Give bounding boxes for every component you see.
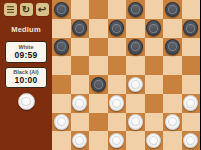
square-b1[interactable] xyxy=(71,131,90,150)
square-d8[interactable] xyxy=(108,0,127,19)
square-a1[interactable] xyxy=(52,131,71,150)
square-c6[interactable] xyxy=(89,38,108,57)
square-f1[interactable] xyxy=(145,131,164,150)
square-b7[interactable] xyxy=(71,19,90,38)
black-clock-time: 10:00 xyxy=(6,75,46,85)
square-h6[interactable] xyxy=(182,38,201,57)
white-piece[interactable] xyxy=(109,133,124,149)
white-piece[interactable] xyxy=(146,133,161,149)
square-a8[interactable] xyxy=(52,0,71,19)
black-clock-panel: Black (AI) 10:00 xyxy=(5,67,47,89)
square-a3[interactable] xyxy=(52,94,71,113)
square-h8[interactable] xyxy=(182,0,201,19)
square-h5[interactable] xyxy=(182,56,201,75)
black-piece[interactable] xyxy=(91,77,106,93)
square-g7[interactable] xyxy=(163,19,182,38)
white-piece[interactable] xyxy=(72,95,87,111)
black-piece[interactable] xyxy=(183,20,198,36)
refresh-icon: ↻ xyxy=(22,4,30,14)
square-f6[interactable] xyxy=(145,38,164,57)
black-piece[interactable] xyxy=(72,20,87,36)
menu-button[interactable] xyxy=(4,3,17,16)
square-f3[interactable] xyxy=(145,94,164,113)
square-h3[interactable] xyxy=(182,94,201,113)
white-piece[interactable] xyxy=(128,114,143,130)
square-a2[interactable] xyxy=(52,113,71,132)
square-c7[interactable] xyxy=(89,19,108,38)
difficulty-label: Medium xyxy=(11,25,41,34)
square-e2[interactable] xyxy=(126,113,145,132)
black-piece[interactable] xyxy=(109,20,124,36)
white-piece[interactable] xyxy=(183,133,198,149)
square-f4[interactable] xyxy=(145,75,164,94)
square-c5[interactable] xyxy=(89,56,108,75)
square-e8[interactable] xyxy=(126,0,145,19)
square-e3[interactable] xyxy=(126,94,145,113)
square-c2[interactable] xyxy=(89,113,108,132)
square-a5[interactable] xyxy=(52,56,71,75)
white-piece[interactable] xyxy=(72,133,87,149)
square-b2[interactable] xyxy=(71,113,90,132)
square-b5[interactable] xyxy=(71,56,90,75)
square-c8[interactable] xyxy=(89,0,108,19)
square-e5[interactable] xyxy=(126,56,145,75)
square-d4[interactable] xyxy=(108,75,127,94)
black-piece[interactable] xyxy=(54,2,69,18)
toolbar: ↻ ↩ xyxy=(4,3,49,16)
square-f7[interactable] xyxy=(145,19,164,38)
black-piece[interactable] xyxy=(165,2,180,18)
square-a4[interactable] xyxy=(52,75,71,94)
turn-indicator-white-piece xyxy=(18,93,35,110)
white-clock-panel: White 09:59 xyxy=(5,41,47,63)
white-piece[interactable] xyxy=(165,114,180,130)
white-piece[interactable] xyxy=(54,114,69,130)
square-g4[interactable] xyxy=(163,75,182,94)
square-d6[interactable] xyxy=(108,38,127,57)
black-piece[interactable] xyxy=(54,39,69,55)
square-d1[interactable] xyxy=(108,131,127,150)
square-g2[interactable] xyxy=(163,113,182,132)
white-piece[interactable] xyxy=(128,77,143,93)
checkers-board xyxy=(52,0,200,150)
square-h1[interactable] xyxy=(182,131,201,150)
hamburger-menu-icon xyxy=(7,9,14,11)
square-h4[interactable] xyxy=(182,75,201,94)
square-g5[interactable] xyxy=(163,56,182,75)
undo-button[interactable]: ↩ xyxy=(36,3,49,16)
checkers-app: ↻ ↩ Medium White 09:59 Black (AI) 10:00 xyxy=(0,0,200,150)
square-f8[interactable] xyxy=(145,0,164,19)
square-b6[interactable] xyxy=(71,38,90,57)
square-e4[interactable] xyxy=(126,75,145,94)
white-piece[interactable] xyxy=(183,95,198,111)
square-c3[interactable] xyxy=(89,94,108,113)
square-e1[interactable] xyxy=(126,131,145,150)
white-clock-time: 09:59 xyxy=(6,50,46,60)
square-d2[interactable] xyxy=(108,113,127,132)
undo-arrow-icon: ↩ xyxy=(38,4,46,14)
white-piece[interactable] xyxy=(109,95,124,111)
square-a6[interactable] xyxy=(52,38,71,57)
square-g8[interactable] xyxy=(163,0,182,19)
black-piece[interactable] xyxy=(128,2,143,18)
square-g3[interactable] xyxy=(163,94,182,113)
square-h7[interactable] xyxy=(182,19,201,38)
square-b8[interactable] xyxy=(71,0,90,19)
square-f5[interactable] xyxy=(145,56,164,75)
square-e7[interactable] xyxy=(126,19,145,38)
square-d3[interactable] xyxy=(108,94,127,113)
square-d5[interactable] xyxy=(108,56,127,75)
black-piece[interactable] xyxy=(165,39,180,55)
sidebar: ↻ ↩ Medium White 09:59 Black (AI) 10:00 xyxy=(0,0,52,150)
square-g1[interactable] xyxy=(163,131,182,150)
black-piece[interactable] xyxy=(128,39,143,55)
black-piece[interactable] xyxy=(146,20,161,36)
square-g6[interactable] xyxy=(163,38,182,57)
square-f2[interactable] xyxy=(145,113,164,132)
square-h2[interactable] xyxy=(182,113,201,132)
square-c1[interactable] xyxy=(89,131,108,150)
square-d7[interactable] xyxy=(108,19,127,38)
square-b3[interactable] xyxy=(71,94,90,113)
square-c4[interactable] xyxy=(89,75,108,94)
square-e6[interactable] xyxy=(126,38,145,57)
restart-button[interactable]: ↻ xyxy=(20,3,33,16)
square-a7[interactable] xyxy=(52,19,71,38)
square-b4[interactable] xyxy=(71,75,90,94)
